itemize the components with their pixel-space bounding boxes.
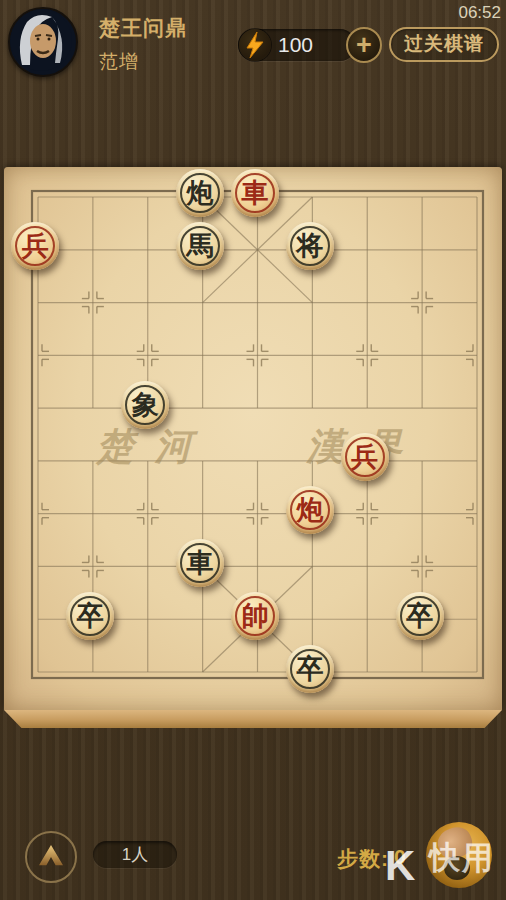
pieces-layer: 炮車兵馬将象兵炮車帥卒卒卒: [11, 171, 505, 699]
piece-black-4[interactable]: 将: [286, 222, 334, 270]
steps-value: 0: [394, 845, 407, 873]
piece-red-9[interactable]: 帥: [231, 592, 279, 640]
avatar[interactable]: [8, 7, 78, 77]
piece-glyph: 卒: [286, 645, 334, 693]
piece-glyph: 将: [286, 222, 334, 270]
energy-value: 100: [278, 33, 313, 57]
piece-glyph: 炮: [176, 169, 224, 217]
player-info: 楚王问鼎 范增: [99, 14, 187, 75]
piece-black-11[interactable]: 卒: [396, 592, 444, 640]
piece-glyph: 車: [176, 539, 224, 587]
piece-glyph: 炮: [286, 486, 334, 534]
piece-black-5[interactable]: 象: [121, 381, 169, 429]
piece-red-6[interactable]: 兵: [341, 433, 389, 481]
watermark-brand-text: 快用: [429, 837, 495, 879]
board-edge-bevel: [4, 710, 502, 728]
hand-image: [434, 823, 476, 863]
piece-glyph: 卒: [66, 592, 114, 640]
piece-image: [444, 856, 470, 880]
piece-black-8[interactable]: 車: [176, 539, 224, 587]
piece-glyph: 象: [121, 381, 169, 429]
collapse-button[interactable]: [25, 831, 77, 883]
app-root: 楚王问鼎 范增 06:52 100 + 过关棋谱 楚 河漢 界 炮車兵馬将象兵炮…: [0, 0, 506, 900]
piece-red-1[interactable]: 車: [231, 169, 279, 217]
level-title: 楚王问鼎: [99, 14, 187, 42]
piece-red-7[interactable]: 炮: [286, 486, 334, 534]
piece-glyph: 兵: [341, 433, 389, 481]
players-count-pill: 1人: [93, 841, 177, 868]
xiangqi-board[interactable]: 楚 河漢 界 炮車兵馬将象兵炮車帥卒卒卒: [4, 167, 502, 710]
steps-label: 步数:: [337, 845, 389, 873]
piece-red-2[interactable]: 兵: [11, 222, 59, 270]
add-energy-button[interactable]: +: [346, 27, 382, 63]
piece-black-0[interactable]: 炮: [176, 169, 224, 217]
piece-glyph: 卒: [396, 592, 444, 640]
piece-black-3[interactable]: 馬: [176, 222, 224, 270]
player-name: 范增: [99, 49, 187, 75]
piece-glyph: 兵: [11, 222, 59, 270]
piece-glyph: 馬: [176, 222, 224, 270]
piece-glyph: 車: [231, 169, 279, 217]
piece-glyph: 帥: [231, 592, 279, 640]
watermark-photo: [426, 822, 492, 888]
steps-counter: 步数: 0: [337, 845, 407, 873]
chevron-up-icon: [27, 833, 75, 881]
energy-pill: 100: [238, 29, 356, 61]
avatar-portrait: [10, 9, 72, 71]
clock-time: 06:52: [458, 3, 501, 23]
piece-black-10[interactable]: 卒: [66, 592, 114, 640]
piece-black-12[interactable]: 卒: [286, 645, 334, 693]
level-records-button[interactable]: 过关棋谱: [389, 27, 499, 62]
lightning-icon: [239, 29, 271, 61]
